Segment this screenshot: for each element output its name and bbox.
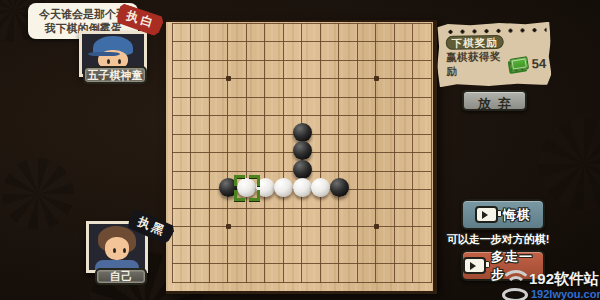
black-stone [293,160,312,179]
video-ad-icon [463,257,486,274]
gomoku-board[interactable] [166,20,437,294]
reward-title-badge: 下棋奖励 [446,35,504,50]
star-point [374,76,379,81]
reward-desc: 赢棋获得奖励 [446,50,507,79]
undo-button-label: 悔棋 [503,206,531,224]
eye [107,59,110,64]
reward-row: 赢棋获得奖励 54 [446,55,546,73]
eye [123,248,126,253]
forfeit-button[interactable]: 放弃 [462,90,527,111]
star-point [226,224,231,229]
player-face [105,237,130,260]
background-gear-decoration [538,118,600,210]
player-name: 自己 [95,268,147,285]
undo-move-button[interactable]: 悔棋 [461,199,545,230]
game-screen: 今天谁会是那个和 我下棋的倒霉蛋 执白 五子棋神童 执黑 自己 下棋奖励 赢棋获… [0,0,600,300]
opponent-name: 五子棋神童 [83,66,147,84]
video-ad-icon [475,206,498,223]
cap-brim [88,52,120,57]
watermark-url: 192lwyou.com [531,288,600,300]
reward-amount: 54 [532,55,547,70]
star-point [226,76,231,81]
white-stone [274,178,293,197]
watermark-site-name: 192软件站 [529,270,599,289]
black-stone [330,178,349,197]
white-stone [293,178,312,197]
cash-icon [509,56,529,72]
watermark-logo-icon [497,268,529,298]
perforation-dots [442,25,546,35]
last-move-marker [234,175,260,201]
reward-note: 下棋奖励 赢棋获得奖励 54 [436,22,551,87]
speech-line-1: 今天谁会是那个和 [39,8,127,20]
eye [113,248,116,253]
eye [118,59,121,64]
background-gear-decoration [2,158,74,230]
black-stone [293,141,312,160]
extra-move-hint: 可以走一步对方的棋! [438,232,558,247]
white-stone [311,178,330,197]
black-stone [293,123,312,142]
star-point [374,224,379,229]
